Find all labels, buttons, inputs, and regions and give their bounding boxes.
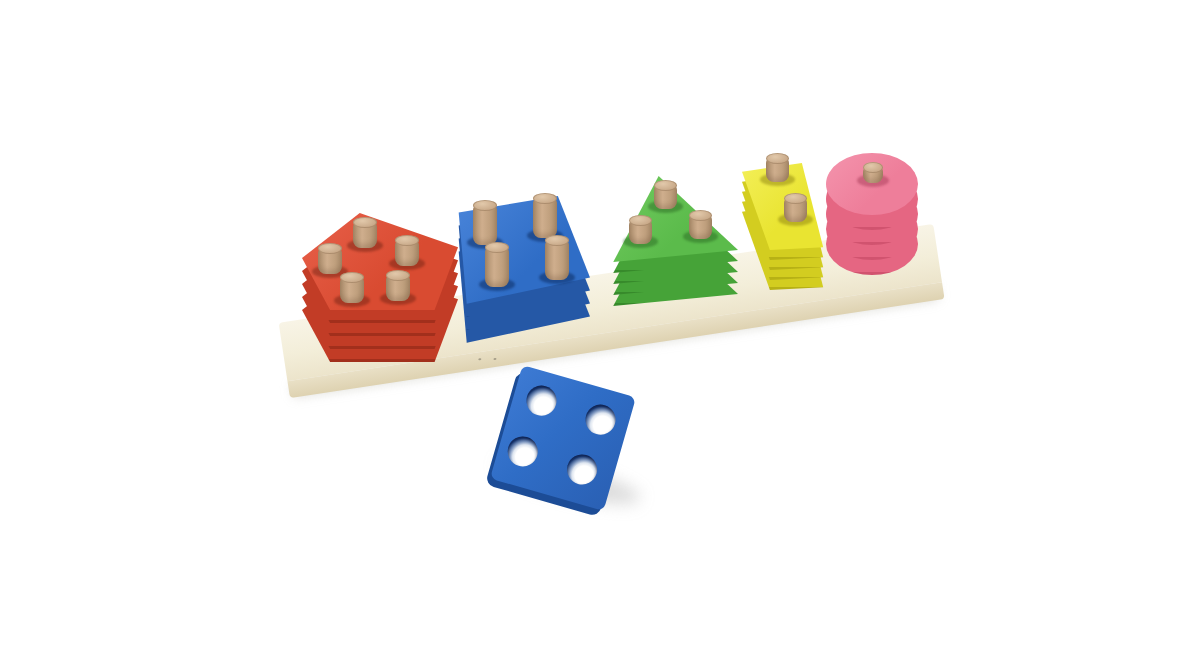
wooden-peg: [766, 158, 789, 182]
shape-sorter-photo: [0, 0, 1200, 666]
peg-hole: [523, 382, 560, 419]
peg-hole: [582, 401, 619, 438]
wooden-peg: [689, 215, 712, 239]
wooden-peg: [545, 240, 569, 280]
wooden-peg: [318, 248, 342, 274]
wooden-peg: [353, 222, 377, 248]
wooden-peg: [386, 275, 410, 301]
wooden-peg: [485, 247, 509, 287]
stack-pink-circle: [826, 153, 918, 275]
wooden-peg: [395, 240, 419, 266]
stack-green-triangle: [612, 176, 738, 306]
wooden-peg: [473, 205, 497, 245]
wooden-peg: [340, 277, 364, 303]
wooden-peg: [533, 198, 557, 238]
wood-speck: [478, 358, 481, 360]
wooden-peg: [863, 167, 883, 183]
stack-red-pentagon: [302, 212, 458, 362]
wooden-peg: [629, 220, 652, 244]
wooden-peg: [784, 198, 807, 222]
wood-speck: [493, 358, 496, 360]
stack-blue-square: [456, 196, 590, 345]
wooden-peg: [654, 185, 677, 209]
stack-yellow-rectangle: [742, 162, 824, 290]
peg-hole: [564, 451, 601, 488]
peg-hole: [504, 433, 541, 470]
